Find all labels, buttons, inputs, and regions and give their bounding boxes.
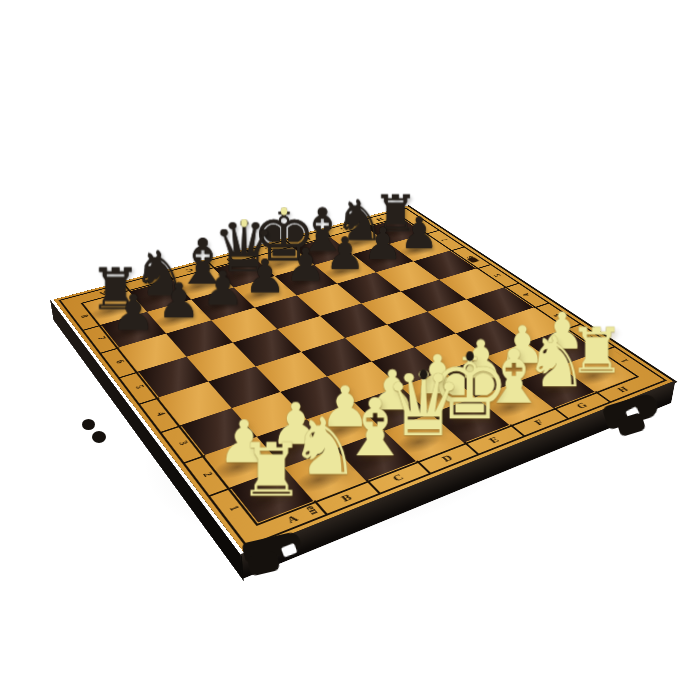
rank-label-text: 4 (153, 411, 166, 417)
file-label-text: H (374, 217, 385, 222)
band-tick (366, 480, 381, 494)
file-label-text: F (302, 236, 312, 241)
file-label-text: G (338, 226, 349, 231)
file-label-text: D (439, 453, 454, 463)
rank-label-text: 7 (439, 238, 449, 242)
band-tick (118, 371, 138, 378)
band-tick (208, 487, 231, 496)
chess-board: AABBCCDDEEFFGGHH1122334455667788········… (54, 206, 674, 553)
maker-emblem-mark (467, 257, 479, 262)
rank-label-text: 5 (492, 274, 502, 278)
rank-label-text: 4 (521, 293, 531, 297)
file-label-text: E (487, 435, 501, 444)
piece-glyph: ♜ (239, 440, 305, 500)
photo-background: AABBCCDDEEFFGGHH1122334455667788········… (0, 0, 700, 700)
band-tick (160, 425, 182, 433)
rank-label-text: 8 (415, 222, 424, 225)
band-tick (553, 408, 569, 420)
band-tick (416, 461, 431, 474)
band-tick (100, 347, 120, 353)
file-label-text: D (225, 257, 236, 263)
file-label-text: G (574, 401, 589, 410)
file-label-text: A (284, 513, 299, 524)
file-label-text: H (615, 385, 630, 393)
band-tick (595, 391, 611, 402)
band-tick (183, 455, 205, 463)
band-tick (313, 500, 327, 515)
file-label-text: F (532, 418, 546, 427)
maker-emblem-fineprint: ·········· (474, 263, 486, 270)
file-label-text: A (98, 290, 109, 296)
file-label-text: B (142, 279, 152, 285)
rank-label-text: 6 (113, 359, 125, 364)
rank-label-text: 8 (78, 314, 89, 319)
band-tick (509, 424, 525, 436)
file-label-text: B (339, 492, 354, 503)
hinge-knob-left-1 (82, 419, 95, 430)
rank-label-text: 7 (95, 336, 106, 341)
file-label-text: C (390, 472, 405, 482)
frame-brand-text-partial: еп (303, 503, 323, 516)
perspective-scene: AABBCCDDEEFFGGHH1122334455667788········… (0, 0, 700, 700)
file-label-text: C (184, 267, 195, 273)
band-tick (464, 442, 479, 455)
band-tick (138, 397, 159, 404)
rank-label-text: 3 (175, 440, 188, 447)
file-label-text: E (264, 246, 274, 251)
hinge-knob-left-2 (92, 431, 106, 443)
rank-label-text: 5 (132, 384, 144, 390)
